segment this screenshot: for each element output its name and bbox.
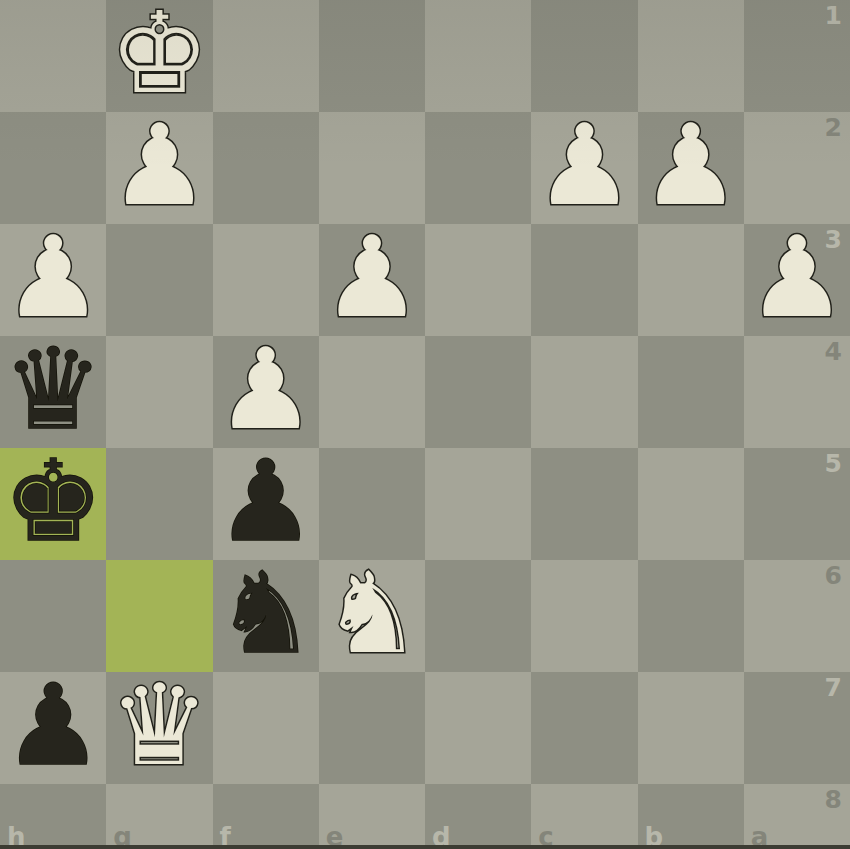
square-e4[interactable] [319, 336, 425, 448]
rank-label-1: 1 [825, 1, 842, 30]
square-a7[interactable]: 7 [744, 672, 850, 784]
square-h3[interactable]: ♟ [0, 224, 106, 336]
square-g3[interactable] [106, 224, 212, 336]
square-a4[interactable]: 4 [744, 336, 850, 448]
white-pawn[interactable]: ♟ [215, 333, 315, 445]
square-d3[interactable] [425, 224, 531, 336]
square-c1[interactable] [531, 0, 637, 112]
white-knight[interactable]: ♞ [322, 557, 422, 669]
square-d5[interactable] [425, 448, 531, 560]
white-pawn[interactable]: ♟ [3, 221, 103, 333]
white-pawn[interactable]: ♟ [109, 109, 209, 221]
black-pawn[interactable]: ♟ [3, 669, 103, 781]
square-d8[interactable]: d [425, 784, 531, 849]
square-h5[interactable]: ♚ [0, 448, 106, 560]
square-b7[interactable] [638, 672, 744, 784]
square-e6[interactable]: ♞ [319, 560, 425, 672]
white-pawn[interactable]: ♟ [640, 109, 740, 221]
rank-label-2: 2 [825, 113, 842, 142]
square-g6[interactable] [106, 560, 212, 672]
square-f5[interactable]: ♟ [213, 448, 319, 560]
board-squares: ♚1♟♟♟2♟♟♟3♛♟4♚♟5♞♞6♟♛7hgfedcba8 [0, 0, 850, 849]
square-a8[interactable]: a8 [744, 784, 850, 849]
square-c5[interactable] [531, 448, 637, 560]
black-queen[interactable]: ♛ [3, 333, 103, 445]
square-e8[interactable]: e [319, 784, 425, 849]
white-pawn[interactable]: ♟ [534, 109, 634, 221]
black-knight[interactable]: ♞ [215, 557, 315, 669]
rank-label-4: 4 [825, 337, 842, 366]
square-h4[interactable]: ♛ [0, 336, 106, 448]
square-c4[interactable] [531, 336, 637, 448]
square-c6[interactable] [531, 560, 637, 672]
square-h7[interactable]: ♟ [0, 672, 106, 784]
square-a2[interactable]: 2 [744, 112, 850, 224]
square-e7[interactable] [319, 672, 425, 784]
white-pawn[interactable]: ♟ [322, 221, 422, 333]
rank-label-7: 7 [825, 673, 842, 702]
square-e3[interactable]: ♟ [319, 224, 425, 336]
square-d7[interactable] [425, 672, 531, 784]
square-b1[interactable] [638, 0, 744, 112]
square-e1[interactable] [319, 0, 425, 112]
square-g4[interactable] [106, 336, 212, 448]
square-e2[interactable] [319, 112, 425, 224]
square-f8[interactable]: f [213, 784, 319, 849]
chess-board: ♚1♟♟♟2♟♟♟3♛♟4♚♟5♞♞6♟♛7hgfedcba8 [0, 0, 850, 849]
rank-label-3: 3 [825, 225, 842, 254]
black-king[interactable]: ♚ [3, 445, 103, 557]
square-e5[interactable] [319, 448, 425, 560]
square-c8[interactable]: c [531, 784, 637, 849]
square-a6[interactable]: 6 [744, 560, 850, 672]
square-c3[interactable] [531, 224, 637, 336]
square-h1[interactable] [0, 0, 106, 112]
square-d4[interactable] [425, 336, 531, 448]
square-b6[interactable] [638, 560, 744, 672]
square-a5[interactable]: 5 [744, 448, 850, 560]
square-c2[interactable]: ♟ [531, 112, 637, 224]
square-h2[interactable] [0, 112, 106, 224]
board-bottom-edge [0, 845, 850, 849]
square-h8[interactable]: h [0, 784, 106, 849]
square-g2[interactable]: ♟ [106, 112, 212, 224]
square-f3[interactable] [213, 224, 319, 336]
square-d6[interactable] [425, 560, 531, 672]
square-f1[interactable] [213, 0, 319, 112]
square-d1[interactable] [425, 0, 531, 112]
square-f6[interactable]: ♞ [213, 560, 319, 672]
square-b2[interactable]: ♟ [638, 112, 744, 224]
square-f4[interactable]: ♟ [213, 336, 319, 448]
square-g5[interactable] [106, 448, 212, 560]
square-f2[interactable] [213, 112, 319, 224]
white-king[interactable]: ♚ [109, 0, 209, 109]
square-g8[interactable]: g [106, 784, 212, 849]
square-d2[interactable] [425, 112, 531, 224]
square-a3[interactable]: ♟3 [744, 224, 850, 336]
square-b4[interactable] [638, 336, 744, 448]
square-f7[interactable] [213, 672, 319, 784]
square-b8[interactable]: b [638, 784, 744, 849]
square-a1[interactable]: 1 [744, 0, 850, 112]
square-h6[interactable] [0, 560, 106, 672]
white-queen[interactable]: ♛ [109, 669, 209, 781]
rank-label-8: 8 [825, 785, 842, 814]
square-c7[interactable] [531, 672, 637, 784]
square-b3[interactable] [638, 224, 744, 336]
square-b5[interactable] [638, 448, 744, 560]
square-g1[interactable]: ♚ [106, 0, 212, 112]
rank-label-6: 6 [825, 561, 842, 590]
rank-label-5: 5 [825, 449, 842, 478]
square-g7[interactable]: ♛ [106, 672, 212, 784]
black-pawn[interactable]: ♟ [215, 445, 315, 557]
